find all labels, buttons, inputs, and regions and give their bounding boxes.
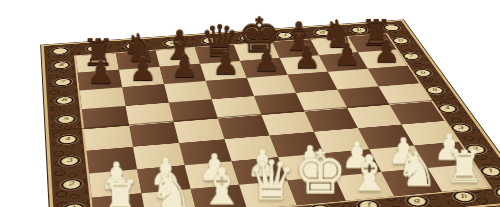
rank-label-3: 3 <box>50 149 89 174</box>
rank-label-6: 6 <box>47 90 82 111</box>
square-h7: ♟ <box>358 49 407 68</box>
product-photo-scene: abcdefgh abcdefgh 87654321 87654321 ♜♞♝♛… <box>0 0 500 207</box>
square-d1: ♛ <box>239 180 297 207</box>
square-c6 <box>164 81 211 103</box>
frame-corner-ornament <box>44 44 76 59</box>
black-pawn-piece: ♟ <box>293 43 321 71</box>
square-g7: ♟ <box>319 52 368 72</box>
square-f4 <box>305 108 358 132</box>
square-a5 <box>82 106 129 129</box>
rank-label-2-medallion: 2 <box>60 178 82 190</box>
board-top-surface: abcdefgh abcdefgh 87654321 87654321 ♜♞♝♛… <box>41 20 500 207</box>
corner-medallion-icon <box>491 186 500 199</box>
black-pawn-piece: ♟ <box>373 38 400 66</box>
rank-label-3-medallion: 3 <box>58 156 79 168</box>
white-queen-piece: ♛ <box>247 155 296 205</box>
rank-label-2: 2 <box>51 171 91 198</box>
black-pawn-piece: ♟ <box>212 49 240 78</box>
chessboard: abcdefgh abcdefgh 87654321 87654321 ♜♞♝♛… <box>41 20 500 207</box>
square-a1: ♜ <box>92 193 146 207</box>
black-pawn-piece: ♟ <box>333 41 360 69</box>
square-c5 <box>169 99 218 122</box>
white-bishop-piece: ♝ <box>199 163 244 207</box>
white-knight-piece: ♞ <box>396 148 438 191</box>
rank-label-1-medallion: 1 <box>62 202 85 207</box>
black-pawn-piece: ♟ <box>87 58 115 87</box>
square-b7: ♟ <box>119 67 164 88</box>
white-knight-piece: ♞ <box>149 170 193 207</box>
white-bishop-piece: ♝ <box>347 151 392 197</box>
rank-label-5-medallion: 5 <box>56 114 76 124</box>
square-f5 <box>296 89 347 111</box>
square-b1: ♞ <box>142 189 198 207</box>
square-c1: ♝ <box>191 185 248 207</box>
file-label-h-medallion: h <box>450 190 477 203</box>
rank-label-4-medallion: 4 <box>57 134 78 145</box>
black-pawn-piece: ♟ <box>170 52 198 81</box>
black-pawn-piece: ♟ <box>253 46 281 74</box>
white-rook-piece: ♜ <box>444 146 484 187</box>
file-label-g-medallion: g <box>403 194 430 207</box>
rank-label-7-medallion: 7 <box>53 78 72 87</box>
corner-medallion-icon <box>51 47 69 55</box>
white-king-piece: ♚ <box>294 145 348 200</box>
rank-label-7-medallion: 7 <box>400 52 422 60</box>
rank-label-6-medallion: 6 <box>54 96 73 106</box>
square-e7: ♟ <box>240 58 287 78</box>
square-f7: ♟ <box>280 55 328 75</box>
black-pawn-piece: ♟ <box>129 55 157 84</box>
rank-label-8-medallion: 8 <box>52 61 70 70</box>
file-label-f-medallion: f <box>356 199 383 207</box>
rank-label-4: 4 <box>49 128 86 152</box>
white-rook-piece: ♜ <box>99 176 141 207</box>
rank-label-1: 1 <box>53 195 95 207</box>
